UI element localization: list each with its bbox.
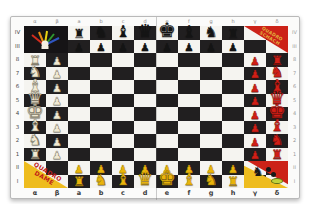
- square-β2[interactable]: ♟: [46, 134, 68, 148]
- red-knight[interactable]: ♞: [270, 133, 283, 148]
- square-hIII[interactable]: ♟: [222, 40, 244, 54]
- file-label-h: h: [222, 17, 244, 26]
- black-pawn[interactable]: ♟: [118, 42, 128, 53]
- square-eIII[interactable]: ♟: [156, 40, 178, 54]
- square-a3[interactable]: [68, 121, 90, 135]
- red-pawn[interactable]: ♟: [250, 137, 260, 148]
- square-hII[interactable]: ♟: [222, 161, 244, 175]
- file-label-g: g: [200, 17, 222, 26]
- white-rook[interactable]: ♜: [29, 148, 41, 161]
- white-pawn[interactable]: ♟: [52, 137, 62, 148]
- square-aII[interactable]: ♟: [68, 161, 90, 175]
- square-f5[interactable]: [178, 94, 200, 108]
- square-dI[interactable]: ♛: [134, 175, 156, 189]
- red-pawn[interactable]: ♟: [250, 123, 260, 134]
- square-fIV[interactable]: ♝: [178, 26, 200, 40]
- square-c7[interactable]: [112, 67, 134, 81]
- yellow-rook[interactable]: ♜: [73, 175, 85, 188]
- square-g4[interactable]: [200, 107, 222, 121]
- red-pawn[interactable]: ♟: [250, 96, 260, 107]
- rank-label-5: 5: [11, 94, 24, 108]
- corner-logo-top-left: [24, 26, 68, 53]
- file-label-h: h: [222, 188, 244, 200]
- square-d2[interactable]: [134, 134, 156, 148]
- rank-label-1: 1: [288, 148, 301, 162]
- black-pawn[interactable]: ♟: [140, 42, 150, 53]
- file-label-b: b: [90, 17, 112, 26]
- file-label-β: β: [46, 17, 68, 26]
- rank-label-IV: IV: [11, 26, 24, 40]
- square-f6[interactable]: [178, 80, 200, 94]
- file-label-d: d: [134, 188, 156, 200]
- square-b3[interactable]: [90, 121, 112, 135]
- square-a4[interactable]: [68, 107, 90, 121]
- square-d4[interactable]: [134, 107, 156, 121]
- yellow-rook[interactable]: ♜: [227, 175, 239, 188]
- white-pawn[interactable]: ♟: [52, 69, 62, 80]
- white-pawn[interactable]: ♟: [52, 123, 62, 134]
- square-β8[interactable]: ♟: [46, 53, 68, 67]
- square-d1[interactable]: [134, 148, 156, 162]
- pieces-artwork: ♞: [244, 161, 288, 188]
- black-rook[interactable]: ♜: [227, 27, 239, 40]
- square-c2[interactable]: [112, 134, 134, 148]
- square-gIII[interactable]: ♟: [200, 40, 222, 54]
- rank-label-7: 7: [288, 67, 301, 81]
- square-c4[interactable]: [112, 107, 134, 121]
- checker-dot-icon: [271, 172, 276, 177]
- square-a7[interactable]: [68, 67, 90, 81]
- rank-label-4: 4: [11, 107, 24, 121]
- red-pawn[interactable]: ♟: [250, 56, 260, 67]
- square-a8[interactable]: [68, 53, 90, 67]
- square-e5[interactable]: [156, 94, 178, 108]
- square-γ3[interactable]: ♟: [244, 121, 266, 135]
- black-knight[interactable]: ♞: [94, 25, 107, 40]
- rank-label-III: III: [288, 40, 301, 54]
- square-dIII[interactable]: ♟: [134, 40, 156, 54]
- square-fIII[interactable]: ♟: [178, 40, 200, 54]
- square-fI[interactable]: ♝: [178, 175, 200, 189]
- file-label-a: a: [68, 17, 90, 26]
- square-α1[interactable]: ♜: [24, 148, 46, 162]
- square-h6[interactable]: [222, 80, 244, 94]
- square-γ4[interactable]: ♟: [244, 107, 266, 121]
- square-g5[interactable]: [200, 94, 222, 108]
- square-d7[interactable]: [134, 67, 156, 81]
- square-f8[interactable]: [178, 53, 200, 67]
- red-pawn[interactable]: ♟: [250, 110, 260, 121]
- square-d8[interactable]: [134, 53, 156, 67]
- square-b8[interactable]: [90, 53, 112, 67]
- maker-oval-logo: [271, 178, 283, 184]
- square-d5[interactable]: [134, 94, 156, 108]
- black-knight[interactable]: ♞: [204, 25, 217, 40]
- square-e2[interactable]: [156, 134, 178, 148]
- corner-logo-bottom-left: QUADRO DAME: [24, 161, 68, 188]
- square-aIV[interactable]: ♜: [68, 26, 90, 40]
- square-b2[interactable]: [90, 134, 112, 148]
- yellow-bishop[interactable]: ♝: [182, 172, 196, 188]
- file-label-e: e: [156, 17, 178, 26]
- red-rook[interactable]: ♜: [271, 148, 283, 161]
- ranks-left-labels: IVIII87654321III: [11, 26, 24, 188]
- square-dIV[interactable]: ♛: [134, 26, 156, 40]
- square-d6[interactable]: [134, 80, 156, 94]
- black-pawn[interactable]: ♟: [162, 42, 172, 53]
- square-aIII[interactable]: ♟: [68, 40, 90, 54]
- white-pawn[interactable]: ♟: [52, 83, 62, 94]
- square-γ1[interactable]: ♟: [244, 148, 266, 162]
- square-g6[interactable]: [200, 80, 222, 94]
- square-b6[interactable]: [90, 80, 112, 94]
- square-f3[interactable]: [178, 121, 200, 135]
- square-b7[interactable]: [90, 67, 112, 81]
- square-γ6[interactable]: ♟: [244, 80, 266, 94]
- square-hIV[interactable]: ♜: [222, 26, 244, 40]
- white-pawn[interactable]: ♟: [52, 96, 62, 107]
- rank-label-4: 4: [288, 107, 301, 121]
- jester-king-logo: [28, 28, 62, 50]
- square-γ8[interactable]: ♟: [244, 53, 266, 67]
- square-β5[interactable]: ♟: [46, 94, 68, 108]
- rank-label-8: 8: [11, 53, 24, 67]
- rank-label-III: III: [11, 40, 24, 54]
- file-label-α: α: [24, 188, 46, 200]
- square-e3[interactable]: [156, 121, 178, 135]
- square-c3[interactable]: [112, 121, 134, 135]
- square-a6[interactable]: [68, 80, 90, 94]
- square-α2[interactable]: ♞: [24, 134, 46, 148]
- white-knight[interactable]: ♞: [28, 133, 41, 148]
- rank-label-I: I: [11, 175, 24, 189]
- file-label-δ: δ: [266, 188, 288, 200]
- square-h4[interactable]: [222, 107, 244, 121]
- ranks-right-labels: IVIII87654321III: [288, 26, 301, 188]
- rank-label-I: I: [288, 175, 301, 189]
- black-pawn[interactable]: ♟: [74, 42, 84, 53]
- corner-logo-bottom-right: ♞: [244, 161, 288, 188]
- rank-label-2: 2: [288, 134, 301, 148]
- square-b4[interactable]: [90, 107, 112, 121]
- square-bIV[interactable]: ♞: [90, 26, 112, 40]
- rank-label-6: 6: [11, 80, 24, 94]
- square-β6[interactable]: ♟: [46, 80, 68, 94]
- square-g2[interactable]: [200, 134, 222, 148]
- rank-label-IV: IV: [288, 26, 301, 40]
- square-γ5[interactable]: ♟: [244, 94, 266, 108]
- square-bI[interactable]: ♞: [90, 175, 112, 189]
- corner-logo-top-right: QUADRO SCHACH: [244, 26, 288, 53]
- rank-label-1: 1: [11, 148, 24, 162]
- files-top-labels: αβabcdefghγδ: [24, 17, 288, 26]
- square-h7[interactable]: [222, 67, 244, 81]
- file-label-e: e: [156, 188, 178, 200]
- file-label-γ: γ: [244, 188, 266, 200]
- square-hI[interactable]: ♜: [222, 175, 244, 189]
- square-g8[interactable]: [200, 53, 222, 67]
- white-pawn[interactable]: ♟: [52, 110, 62, 121]
- square-δ2[interactable]: ♞: [266, 134, 288, 148]
- white-pawn[interactable]: ♟: [52, 56, 62, 67]
- rank-label-II: II: [11, 161, 24, 175]
- quadro-board: ♜♞♝♛♚♝♞♜♟♟♟♟♟♟♟♟♜♟♟♜♞♟♟♞♝♟♟♝♛♟♟♛♚♟♟♚♝♟♟♝…: [10, 16, 300, 199]
- square-cIII[interactable]: ♟: [112, 40, 134, 54]
- file-label-a: a: [68, 188, 90, 200]
- black-pawn[interactable]: ♟: [96, 42, 106, 53]
- file-label-g: g: [200, 188, 222, 200]
- rank-label-6: 6: [288, 80, 301, 94]
- square-c5[interactable]: [112, 94, 134, 108]
- yellow-pawn[interactable]: ♟: [74, 164, 84, 175]
- knight-silhouette-icon: ♞: [252, 165, 264, 178]
- file-label-f: f: [178, 188, 200, 200]
- square-aI[interactable]: ♜: [68, 175, 90, 189]
- square-f2[interactable]: [178, 134, 200, 148]
- square-h3[interactable]: [222, 121, 244, 135]
- black-pawn[interactable]: ♟: [206, 42, 216, 53]
- square-e4[interactable]: [156, 107, 178, 121]
- board-fold-seam: [156, 17, 157, 200]
- rank-label-7: 7: [11, 67, 24, 81]
- square-h8[interactable]: [222, 53, 244, 67]
- file-label-α: α: [24, 17, 46, 26]
- square-β4[interactable]: ♟: [46, 107, 68, 121]
- yellow-queen[interactable]: ♛: [137, 170, 153, 188]
- square-f4[interactable]: [178, 107, 200, 121]
- square-gIV[interactable]: ♞: [200, 26, 222, 40]
- square-c1[interactable]: [112, 148, 134, 162]
- square-g3[interactable]: [200, 121, 222, 135]
- square-bIII[interactable]: ♟: [90, 40, 112, 54]
- square-f7[interactable]: [178, 67, 200, 81]
- square-b1[interactable]: [90, 148, 112, 162]
- rank-label-2: 2: [11, 134, 24, 148]
- red-pawn[interactable]: ♟: [250, 83, 260, 94]
- square-γ7[interactable]: ♟: [244, 67, 266, 81]
- square-f1[interactable]: [178, 148, 200, 162]
- yellow-knight[interactable]: ♞: [94, 173, 107, 188]
- square-eI[interactable]: ♚: [156, 175, 178, 189]
- rank-label-3: 3: [11, 121, 24, 135]
- square-a2[interactable]: [68, 134, 90, 148]
- square-eIV[interactable]: ♚: [156, 26, 178, 40]
- red-pawn[interactable]: ♟: [250, 150, 260, 161]
- square-d3[interactable]: [134, 121, 156, 135]
- file-label-c: c: [112, 188, 134, 200]
- square-β1[interactable]: ♟: [46, 148, 68, 162]
- square-e8[interactable]: [156, 53, 178, 67]
- files-bottom-labels: αβabcdefghγδ: [24, 188, 288, 200]
- square-e1[interactable]: [156, 148, 178, 162]
- red-pawn[interactable]: ♟: [250, 69, 260, 80]
- white-pawn[interactable]: ♟: [52, 150, 62, 161]
- square-g1[interactable]: [200, 148, 222, 162]
- board-photo: ♜♞♝♛♚♝♞♜♟♟♟♟♟♟♟♟♜♟♟♜♞♟♟♞♝♟♟♝♛♟♟♛♚♟♟♚♝♟♟♝…: [0, 0, 310, 204]
- rank-label-3: 3: [288, 121, 301, 135]
- square-e7[interactable]: [156, 67, 178, 81]
- square-a5[interactable]: [68, 94, 90, 108]
- square-e6[interactable]: [156, 80, 178, 94]
- square-h2[interactable]: [222, 134, 244, 148]
- square-a1[interactable]: [68, 148, 90, 162]
- file-label-γ: γ: [244, 17, 266, 26]
- yellow-bishop[interactable]: ♝: [116, 172, 130, 188]
- square-β7[interactable]: ♟: [46, 67, 68, 81]
- square-h1[interactable]: [222, 148, 244, 162]
- square-c6[interactable]: [112, 80, 134, 94]
- square-c8[interactable]: [112, 53, 134, 67]
- square-δ1[interactable]: ♜: [266, 148, 288, 162]
- file-label-δ: δ: [266, 17, 288, 26]
- rank-label-5: 5: [288, 94, 301, 108]
- checker-dot-icon: [266, 167, 271, 172]
- square-γ2[interactable]: ♟: [244, 134, 266, 148]
- black-rook[interactable]: ♜: [73, 27, 85, 40]
- black-pawn[interactable]: ♟: [184, 42, 194, 53]
- square-cI[interactable]: ♝: [112, 175, 134, 189]
- square-h5[interactable]: [222, 94, 244, 108]
- square-gI[interactable]: ♞: [200, 175, 222, 189]
- file-label-d: d: [134, 17, 156, 26]
- black-pawn[interactable]: ♟: [228, 42, 238, 53]
- file-label-b: b: [90, 188, 112, 200]
- square-g7[interactable]: [200, 67, 222, 81]
- yellow-king[interactable]: ♚: [158, 168, 176, 188]
- rank-label-II: II: [288, 161, 301, 175]
- square-β3[interactable]: ♟: [46, 121, 68, 135]
- rank-label-8: 8: [288, 53, 301, 67]
- yellow-pawn[interactable]: ♟: [228, 164, 238, 175]
- file-label-β: β: [46, 188, 68, 200]
- file-label-c: c: [112, 17, 134, 26]
- file-label-f: f: [178, 17, 200, 26]
- square-cIV[interactable]: ♝: [112, 26, 134, 40]
- square-b5[interactable]: [90, 94, 112, 108]
- yellow-knight[interactable]: ♞: [204, 173, 217, 188]
